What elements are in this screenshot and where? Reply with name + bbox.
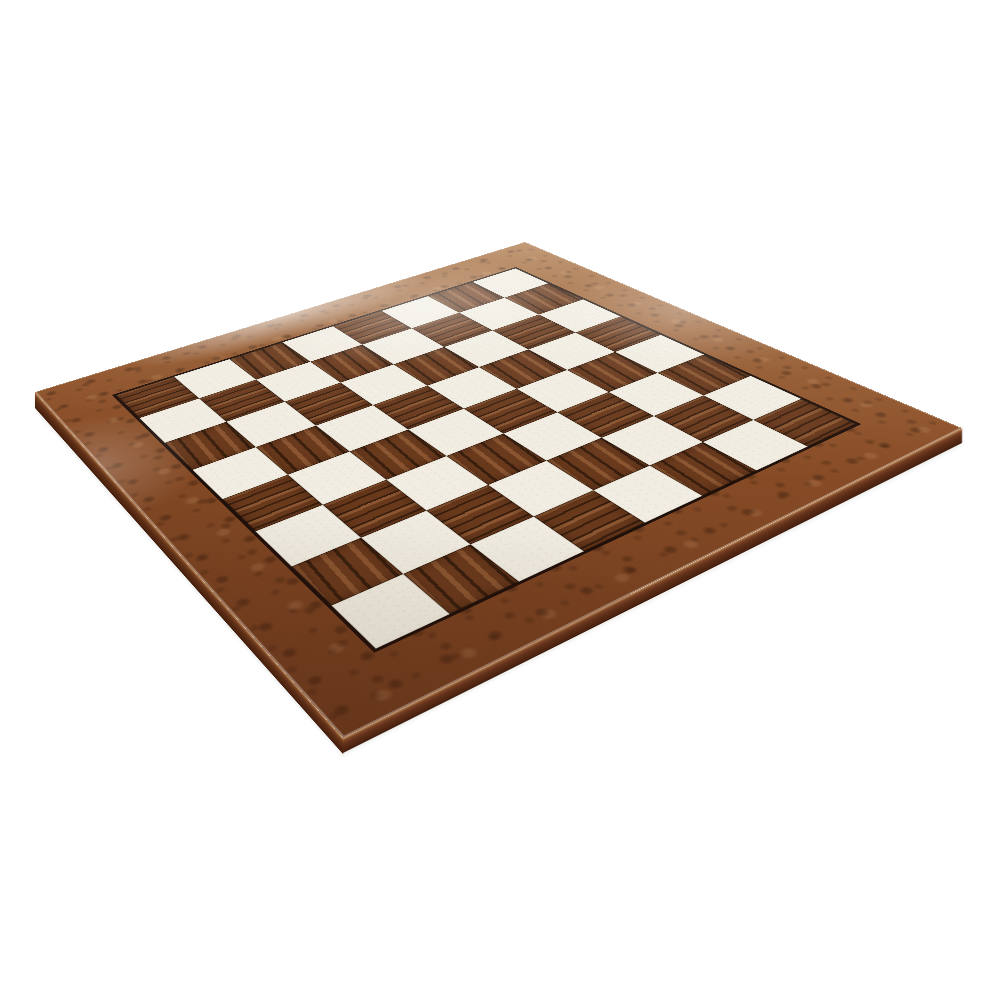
photo-background xyxy=(0,0,1000,1000)
playing-area-border xyxy=(112,267,861,653)
board-grid xyxy=(116,268,856,648)
